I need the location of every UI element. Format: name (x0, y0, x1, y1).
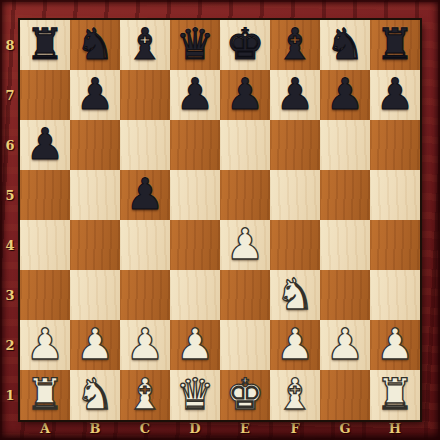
square-f7[interactable]: ♟ (270, 70, 320, 120)
square-c2[interactable]: ♟ (120, 320, 170, 370)
rank-label-5: 5 (0, 170, 20, 220)
white-pawn: ♟ (76, 323, 115, 366)
square-c4[interactable] (120, 220, 170, 270)
square-c5[interactable]: ♟ (120, 170, 170, 220)
white-bishop: ♝ (276, 373, 315, 416)
square-f1[interactable]: ♝ (270, 370, 320, 420)
square-d8[interactable]: ♛ (170, 20, 220, 70)
white-bishop: ♝ (126, 373, 165, 416)
square-f2[interactable]: ♟ (270, 320, 320, 370)
white-pawn: ♟ (176, 323, 215, 366)
chess-app: 87654321 ABCDEFGH ♜♞♝♛♚♝♞♜♟♟♟♟♟♟♟♟♟♞♟♟♟♟… (0, 0, 440, 440)
square-g8[interactable]: ♞ (320, 20, 370, 70)
file-label-f: F (270, 418, 320, 438)
black-bishop: ♝ (276, 23, 315, 66)
square-f6[interactable] (270, 120, 320, 170)
square-a8[interactable]: ♜ (20, 20, 70, 70)
square-b7[interactable]: ♟ (70, 70, 120, 120)
white-pawn: ♟ (376, 323, 415, 366)
white-pawn: ♟ (226, 223, 265, 266)
square-e1[interactable]: ♚ (220, 370, 270, 420)
file-label-a: A (20, 418, 70, 438)
file-label-e: E (220, 418, 270, 438)
file-label-c: C (120, 418, 170, 438)
square-b4[interactable] (70, 220, 120, 270)
black-pawn: ♟ (126, 173, 165, 216)
square-f5[interactable] (270, 170, 320, 220)
square-a2[interactable]: ♟ (20, 320, 70, 370)
square-e5[interactable] (220, 170, 270, 220)
black-queen: ♛ (176, 23, 215, 66)
square-d4[interactable] (170, 220, 220, 270)
black-pawn: ♟ (26, 123, 65, 166)
white-pawn: ♟ (326, 323, 365, 366)
square-h1[interactable]: ♜ (370, 370, 420, 420)
square-f4[interactable] (270, 220, 320, 270)
square-e6[interactable] (220, 120, 270, 170)
square-e2[interactable] (220, 320, 270, 370)
file-label-g: G (320, 418, 370, 438)
square-d5[interactable] (170, 170, 220, 220)
square-b1[interactable]: ♞ (70, 370, 120, 420)
square-g3[interactable] (320, 270, 370, 320)
square-e4[interactable]: ♟ (220, 220, 270, 270)
chess-board: ♜♞♝♛♚♝♞♜♟♟♟♟♟♟♟♟♟♞♟♟♟♟♟♟♟♜♞♝♛♚♝♜ (20, 20, 420, 420)
square-e8[interactable]: ♚ (220, 20, 270, 70)
square-b2[interactable]: ♟ (70, 320, 120, 370)
square-c8[interactable]: ♝ (120, 20, 170, 70)
file-label-h: H (370, 418, 420, 438)
black-pawn: ♟ (76, 73, 115, 116)
square-g4[interactable] (320, 220, 370, 270)
rank-label-3: 3 (0, 270, 20, 320)
square-g7[interactable]: ♟ (320, 70, 370, 120)
file-label-d: D (170, 418, 220, 438)
white-pawn: ♟ (126, 323, 165, 366)
square-d2[interactable]: ♟ (170, 320, 220, 370)
rank-label-1: 1 (0, 370, 20, 420)
rank-label-7: 7 (0, 70, 20, 120)
square-h2[interactable]: ♟ (370, 320, 420, 370)
square-a1[interactable]: ♜ (20, 370, 70, 420)
square-a4[interactable] (20, 220, 70, 270)
square-g2[interactable]: ♟ (320, 320, 370, 370)
square-h7[interactable]: ♟ (370, 70, 420, 120)
file-label-b: B (70, 418, 120, 438)
square-c1[interactable]: ♝ (120, 370, 170, 420)
square-h3[interactable] (370, 270, 420, 320)
square-a3[interactable] (20, 270, 70, 320)
white-pawn: ♟ (276, 323, 315, 366)
square-d1[interactable]: ♛ (170, 370, 220, 420)
square-c7[interactable] (120, 70, 170, 120)
square-d6[interactable] (170, 120, 220, 170)
black-pawn: ♟ (326, 73, 365, 116)
square-b5[interactable] (70, 170, 120, 220)
square-b3[interactable] (70, 270, 120, 320)
white-queen: ♛ (176, 373, 215, 416)
square-h8[interactable]: ♜ (370, 20, 420, 70)
black-pawn: ♟ (226, 73, 265, 116)
black-knight: ♞ (76, 23, 115, 66)
square-c6[interactable] (120, 120, 170, 170)
square-h4[interactable] (370, 220, 420, 270)
black-knight: ♞ (326, 23, 365, 66)
black-pawn: ♟ (176, 73, 215, 116)
rank-labels: 87654321 (0, 20, 20, 420)
black-rook: ♜ (376, 23, 415, 66)
white-rook: ♜ (376, 373, 415, 416)
white-pawn: ♟ (26, 323, 65, 366)
rank-label-6: 6 (0, 120, 20, 170)
square-f3[interactable]: ♞ (270, 270, 320, 320)
square-a5[interactable] (20, 170, 70, 220)
white-rook: ♜ (26, 373, 65, 416)
black-king: ♚ (226, 23, 265, 66)
black-rook: ♜ (26, 23, 65, 66)
square-e7[interactable]: ♟ (220, 70, 270, 120)
square-a7[interactable] (20, 70, 70, 120)
black-pawn: ♟ (276, 73, 315, 116)
square-h5[interactable] (370, 170, 420, 220)
black-pawn: ♟ (376, 73, 415, 116)
white-knight: ♞ (76, 373, 115, 416)
rank-label-8: 8 (0, 20, 20, 70)
square-h6[interactable] (370, 120, 420, 170)
square-e3[interactable] (220, 270, 270, 320)
white-knight: ♞ (276, 273, 315, 316)
file-labels: ABCDEFGH (20, 418, 420, 440)
black-bishop: ♝ (126, 23, 165, 66)
square-d7[interactable]: ♟ (170, 70, 220, 120)
square-g6[interactable] (320, 120, 370, 170)
square-d3[interactable] (170, 270, 220, 320)
square-c3[interactable] (120, 270, 170, 320)
square-g5[interactable] (320, 170, 370, 220)
square-b6[interactable] (70, 120, 120, 170)
square-b8[interactable]: ♞ (70, 20, 120, 70)
rank-label-2: 2 (0, 320, 20, 370)
square-g1[interactable] (320, 370, 370, 420)
square-f8[interactable]: ♝ (270, 20, 320, 70)
white-king: ♚ (226, 373, 265, 416)
rank-label-4: 4 (0, 220, 20, 270)
square-a6[interactable]: ♟ (20, 120, 70, 170)
